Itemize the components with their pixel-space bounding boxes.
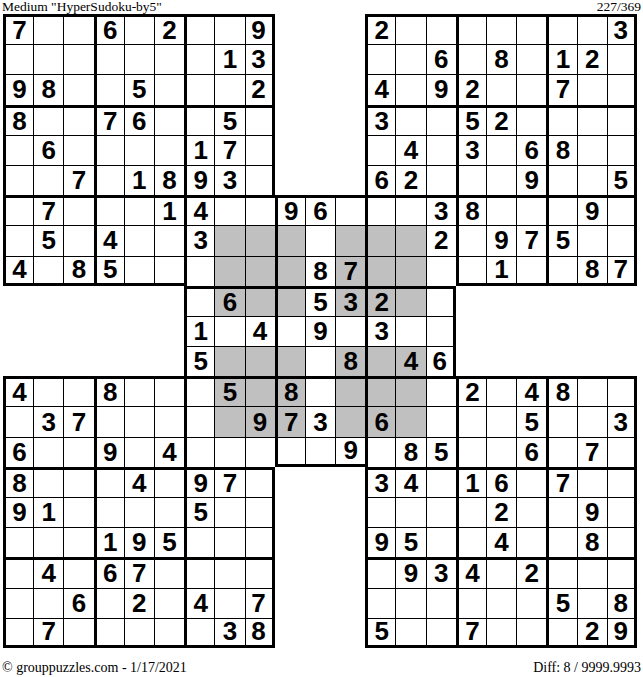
cell-r18c8[interactable]: [214, 527, 244, 557]
cell-r2c6[interactable]: [154, 44, 184, 74]
cell-r12c10[interactable]: [275, 346, 305, 376]
cell-r7c11: 6: [305, 195, 335, 225]
cell-r5c1[interactable]: [3, 135, 33, 165]
cell-r15c19[interactable]: [546, 437, 576, 467]
cell-r16c4[interactable]: [94, 467, 124, 497]
cell-r20c17[interactable]: [486, 588, 516, 618]
cell-r7c12[interactable]: [335, 195, 365, 225]
gap-cell: [335, 105, 365, 135]
cell-r1c21: 3: [607, 14, 637, 44]
cell-r2c13[interactable]: [365, 44, 395, 74]
cell-r17c15[interactable]: [426, 497, 456, 527]
cell-r14c10: 7: [275, 406, 305, 436]
cell-r16c21[interactable]: [607, 467, 637, 497]
cell-r13c21[interactable]: [607, 376, 637, 406]
cell-r10c15[interactable]: [426, 286, 456, 316]
gap-cell: [3, 286, 33, 316]
cell-r18c9[interactable]: [245, 527, 275, 557]
cell-r5c3[interactable]: [63, 135, 93, 165]
cell-r19c16: 4: [456, 557, 486, 587]
cell-r19c3[interactable]: [63, 557, 93, 587]
cell-r9c2[interactable]: [33, 256, 63, 286]
cell-r3c7[interactable]: [184, 74, 214, 104]
cell-r18c3[interactable]: [63, 527, 93, 557]
cell-r20c4[interactable]: [94, 588, 124, 618]
cell-r6c1[interactable]: [3, 165, 33, 195]
cell-r3c5: 5: [124, 74, 154, 104]
cell-r10c11: 5: [305, 286, 335, 316]
cell-r19c19[interactable]: [546, 557, 576, 587]
cell-r12c13[interactable]: [365, 346, 395, 376]
cell-r16c9[interactable]: [245, 467, 275, 497]
cell-r17c2: 1: [33, 497, 63, 527]
gap-cell: [335, 497, 365, 527]
cell-r20c18[interactable]: [516, 588, 546, 618]
cell-r21c1[interactable]: [3, 618, 33, 648]
cell-r7c6: 1: [154, 195, 184, 225]
cell-r21c16: 7: [456, 618, 486, 648]
cell-r21c19[interactable]: [546, 618, 576, 648]
cell-r4c7[interactable]: [184, 105, 214, 135]
cell-r14c14[interactable]: [395, 406, 425, 436]
cell-r13c9[interactable]: [245, 376, 275, 406]
cell-r9c10[interactable]: [275, 256, 305, 286]
gap-cell: [275, 527, 305, 557]
cell-r7c2: 7: [33, 195, 63, 225]
cell-r4c9[interactable]: [245, 105, 275, 135]
cell-r3c4[interactable]: [94, 74, 124, 104]
cell-r12c15: 6: [426, 346, 456, 376]
cell-r19c20[interactable]: [577, 557, 607, 587]
cell-r13c11[interactable]: [305, 376, 335, 406]
cell-r1c17[interactable]: [486, 14, 516, 44]
cell-r16c20[interactable]: [577, 467, 607, 497]
cell-r3c17[interactable]: [486, 74, 516, 104]
cell-r5c5[interactable]: [124, 135, 154, 165]
cell-r18c14: 5: [395, 527, 425, 557]
cell-r13c2[interactable]: [33, 376, 63, 406]
cell-r18c2[interactable]: [33, 527, 63, 557]
cell-r16c1: 8: [3, 467, 33, 497]
cell-r7c17[interactable]: [486, 195, 516, 225]
cell-r21c2: 7: [33, 618, 63, 648]
cell-r14c16[interactable]: [456, 406, 486, 436]
cell-r8c14[interactable]: [395, 225, 425, 255]
cell-r6c4[interactable]: [94, 165, 124, 195]
cell-r14c6[interactable]: [154, 406, 184, 436]
gap-cell: [305, 135, 335, 165]
gap-cell: [275, 588, 305, 618]
cell-r8c10[interactable]: [275, 225, 305, 255]
cell-r8c9[interactable]: [245, 225, 275, 255]
cell-r13c6[interactable]: [154, 376, 184, 406]
gap-cell: [486, 346, 516, 376]
cell-r8c11[interactable]: [305, 225, 335, 255]
cell-r4c14[interactable]: [395, 105, 425, 135]
cell-r20c16[interactable]: [456, 588, 486, 618]
cell-r10c10[interactable]: [275, 286, 305, 316]
cell-r21c6[interactable]: [154, 618, 184, 648]
cell-r8c1[interactable]: [3, 225, 33, 255]
cell-r1c15[interactable]: [426, 14, 456, 44]
gap-cell: [154, 316, 184, 346]
cell-r4c4: 7: [94, 105, 124, 135]
cell-r17c6[interactable]: [154, 497, 184, 527]
cell-r2c4[interactable]: [94, 44, 124, 74]
cell-r6c2[interactable]: [33, 165, 63, 195]
cell-r6c9[interactable]: [245, 165, 275, 195]
cell-r10c13: 2: [365, 286, 395, 316]
cell-r20c3: 6: [63, 588, 93, 618]
cell-r9c16[interactable]: [456, 256, 486, 286]
cell-r17c17: 2: [486, 497, 516, 527]
cell-r16c2[interactable]: [33, 467, 63, 497]
cell-r3c19: 7: [546, 74, 576, 104]
cell-r15c16[interactable]: [456, 437, 486, 467]
cell-r21c7[interactable]: [184, 618, 214, 648]
cell-r6c17[interactable]: [486, 165, 516, 195]
cell-r19c17[interactable]: [486, 557, 516, 587]
gap-cell: [335, 165, 365, 195]
cell-r10c7[interactable]: [184, 286, 214, 316]
gap-cell: [607, 316, 637, 346]
cell-r15c5[interactable]: [124, 437, 154, 467]
cell-r6c6: 8: [154, 165, 184, 195]
cell-r14c11: 3: [305, 406, 335, 436]
cell-r17c16[interactable]: [456, 497, 486, 527]
gap-cell: [577, 286, 607, 316]
cell-r20c8[interactable]: [214, 588, 244, 618]
cell-r5c13[interactable]: [365, 135, 395, 165]
cell-r6c15[interactable]: [426, 165, 456, 195]
cell-r13c14[interactable]: [395, 376, 425, 406]
cell-r13c19: 8: [546, 376, 576, 406]
cell-r19c21[interactable]: [607, 557, 637, 587]
cell-r6c20[interactable]: [577, 165, 607, 195]
cell-r16c19: 7: [546, 467, 576, 497]
cell-r1c5[interactable]: [124, 14, 154, 44]
cell-r17c3[interactable]: [63, 497, 93, 527]
cell-r16c3[interactable]: [63, 467, 93, 497]
cell-r3c9: 2: [245, 74, 275, 104]
cell-r2c5[interactable]: [124, 44, 154, 74]
cell-r13c12[interactable]: [335, 376, 365, 406]
cell-r18c1[interactable]: [3, 527, 33, 557]
cell-r19c13[interactable]: [365, 557, 395, 587]
cell-r1c19[interactable]: [546, 14, 576, 44]
cell-r19c18: 2: [516, 557, 546, 587]
cell-r2c7[interactable]: [184, 44, 214, 74]
gap-cell: [486, 316, 516, 346]
cell-r20c21: 8: [607, 588, 637, 618]
puzzle-counter: 227/369: [597, 0, 641, 14]
cell-r8c21[interactable]: [607, 225, 637, 255]
cell-r14c19[interactable]: [546, 406, 576, 436]
cell-r17c9[interactable]: [245, 497, 275, 527]
gap-cell: [335, 44, 365, 74]
cell-r14c2: 3: [33, 406, 63, 436]
cell-r16c15[interactable]: [426, 467, 456, 497]
cell-r13c20[interactable]: [577, 376, 607, 406]
cell-r4c21[interactable]: [607, 105, 637, 135]
cell-r9c4: 5: [94, 256, 124, 286]
cell-r14c15[interactable]: [426, 406, 456, 436]
cell-r11c14[interactable]: [395, 316, 425, 346]
cell-r15c8[interactable]: [214, 437, 244, 467]
page: { "game": "HyperSudoku-by5 — Samurai-sty…: [0, 0, 643, 677]
cell-r21c9: 8: [245, 618, 275, 648]
cell-r13c4: 8: [94, 376, 124, 406]
cell-r1c8[interactable]: [214, 14, 244, 44]
gap-cell: [154, 286, 184, 316]
cell-r4c2[interactable]: [33, 105, 63, 135]
cell-r1c7[interactable]: [184, 14, 214, 44]
cell-r17c5[interactable]: [124, 497, 154, 527]
cell-r8c12[interactable]: [335, 225, 365, 255]
gap-cell: [63, 346, 93, 376]
cell-r12c8[interactable]: [214, 346, 244, 376]
cell-r20c15[interactable]: [426, 588, 456, 618]
cell-r19c7[interactable]: [184, 557, 214, 587]
cell-r11c10[interactable]: [275, 316, 305, 346]
cell-r19c9[interactable]: [245, 557, 275, 587]
cell-r16c13: 3: [365, 467, 395, 497]
cell-r17c19[interactable]: [546, 497, 576, 527]
cell-r7c13[interactable]: [365, 195, 395, 225]
cell-r14c5[interactable]: [124, 406, 154, 436]
cell-r13c3[interactable]: [63, 376, 93, 406]
cell-r1c14[interactable]: [395, 14, 425, 44]
cell-r2c16[interactable]: [456, 44, 486, 74]
cell-r14c20[interactable]: [577, 406, 607, 436]
cell-r8c13[interactable]: [365, 225, 395, 255]
cell-r8c5[interactable]: [124, 225, 154, 255]
cell-r5c21[interactable]: [607, 135, 637, 165]
cell-r6c16[interactable]: [456, 165, 486, 195]
cell-r6c8: 3: [214, 165, 244, 195]
cell-r20c13[interactable]: [365, 588, 395, 618]
cell-r17c1: 9: [3, 497, 33, 527]
cell-r8c20[interactable]: [577, 225, 607, 255]
cell-r4c8: 5: [214, 105, 244, 135]
cell-r5c8: 7: [214, 135, 244, 165]
cell-r9c9[interactable]: [245, 256, 275, 286]
cell-r5c20[interactable]: [577, 135, 607, 165]
cell-r7c19[interactable]: [546, 195, 576, 225]
cell-r21c15[interactable]: [426, 618, 456, 648]
gap-cell: [33, 286, 63, 316]
cell-r20c7: 4: [184, 588, 214, 618]
cell-r18c21[interactable]: [607, 527, 637, 557]
cell-r20c1[interactable]: [3, 588, 33, 618]
cell-r20c20[interactable]: [577, 588, 607, 618]
cell-r14c17[interactable]: [486, 406, 516, 436]
cell-r10c14[interactable]: [395, 286, 425, 316]
cell-r2c21[interactable]: [607, 44, 637, 74]
cell-r9c18[interactable]: [516, 256, 546, 286]
cell-r1c18[interactable]: [516, 14, 546, 44]
cell-r9c6[interactable]: [154, 256, 184, 286]
cell-r15c9[interactable]: [245, 437, 275, 467]
cell-r3c20[interactable]: [577, 74, 607, 104]
cell-r21c14[interactable]: [395, 618, 425, 648]
cell-r18c19[interactable]: [546, 527, 576, 557]
cell-r8c18: 7: [516, 225, 546, 255]
cell-r9c7[interactable]: [184, 256, 214, 286]
cell-r14c7[interactable]: [184, 406, 214, 436]
cell-r5c9[interactable]: [245, 135, 275, 165]
cell-r2c1[interactable]: [3, 44, 33, 74]
cell-r9c15[interactable]: [426, 256, 456, 286]
cell-r3c21[interactable]: [607, 74, 637, 104]
cell-r8c3[interactable]: [63, 225, 93, 255]
cell-r8c6[interactable]: [154, 225, 184, 255]
cell-r11c8[interactable]: [214, 316, 244, 346]
cell-r11c15[interactable]: [426, 316, 456, 346]
cell-r21c4[interactable]: [94, 618, 124, 648]
cell-r11c12[interactable]: [335, 316, 365, 346]
cell-r10c9[interactable]: [245, 286, 275, 316]
cell-r7c18[interactable]: [516, 195, 546, 225]
cell-r5c17[interactable]: [486, 135, 516, 165]
cell-r7c21[interactable]: [607, 195, 637, 225]
cell-r18c7[interactable]: [184, 527, 214, 557]
cell-r19c5: 7: [124, 557, 154, 587]
cell-r13c15[interactable]: [426, 376, 456, 406]
cell-r5c15[interactable]: [426, 135, 456, 165]
cell-r14c4[interactable]: [94, 406, 124, 436]
cell-r7c16: 8: [456, 195, 486, 225]
cell-r1c3[interactable]: [63, 14, 93, 44]
cell-r20c2[interactable]: [33, 588, 63, 618]
cell-r15c10[interactable]: [275, 437, 305, 467]
cell-r4c18[interactable]: [516, 105, 546, 135]
cell-r13c7[interactable]: [184, 376, 214, 406]
cell-r16c18[interactable]: [516, 467, 546, 497]
cell-r7c4[interactable]: [94, 195, 124, 225]
cell-r21c17[interactable]: [486, 618, 516, 648]
cell-r21c18[interactable]: [516, 618, 546, 648]
cell-r17c14[interactable]: [395, 497, 425, 527]
cell-r17c4[interactable]: [94, 497, 124, 527]
cell-r12c9[interactable]: [245, 346, 275, 376]
cell-r5c4[interactable]: [94, 135, 124, 165]
cell-r1c2[interactable]: [33, 14, 63, 44]
cell-r9c13[interactable]: [365, 256, 395, 286]
cell-r4c15[interactable]: [426, 105, 456, 135]
cell-r2c14[interactable]: [395, 44, 425, 74]
cell-r8c16[interactable]: [456, 225, 486, 255]
cell-r12c7: 5: [184, 346, 214, 376]
cell-r4c3[interactable]: [63, 105, 93, 135]
cell-r2c18[interactable]: [516, 44, 546, 74]
cell-r18c15[interactable]: [426, 527, 456, 557]
cell-r6c19[interactable]: [546, 165, 576, 195]
cell-r3c8[interactable]: [214, 74, 244, 104]
cell-r3c14[interactable]: [395, 74, 425, 104]
cell-r3c18[interactable]: [516, 74, 546, 104]
cell-r7c5[interactable]: [124, 195, 154, 225]
cell-r15c15: 5: [426, 437, 456, 467]
cell-r12c14: 4: [395, 346, 425, 376]
cell-r18c20: 8: [577, 527, 607, 557]
cell-r1c20[interactable]: [577, 14, 607, 44]
cell-r3c3[interactable]: [63, 74, 93, 104]
cell-r17c21[interactable]: [607, 497, 637, 527]
cell-r20c14[interactable]: [395, 588, 425, 618]
cell-r3c6[interactable]: [154, 74, 184, 104]
cell-r14c12[interactable]: [335, 406, 365, 436]
cell-r15c2[interactable]: [33, 437, 63, 467]
cell-r4c13: 3: [365, 105, 395, 135]
cell-r18c18[interactable]: [516, 527, 546, 557]
cell-r19c8[interactable]: [214, 557, 244, 587]
cell-r19c15: 3: [426, 557, 456, 587]
cell-r17c18[interactable]: [516, 497, 546, 527]
cell-r9c8[interactable]: [214, 256, 244, 286]
cell-r4c6[interactable]: [154, 105, 184, 135]
cell-r16c6[interactable]: [154, 467, 184, 497]
cell-r18c16[interactable]: [456, 527, 486, 557]
cell-r13c13[interactable]: [365, 376, 395, 406]
cell-r15c13[interactable]: [365, 437, 395, 467]
cell-r19c6[interactable]: [154, 557, 184, 587]
cell-r8c8[interactable]: [214, 225, 244, 255]
cell-r13c17[interactable]: [486, 376, 516, 406]
cell-r17c13[interactable]: [365, 497, 395, 527]
cell-r9c5[interactable]: [124, 256, 154, 286]
cell-r15c7[interactable]: [184, 437, 214, 467]
cell-r7c20: 9: [577, 195, 607, 225]
cell-r4c20[interactable]: [577, 105, 607, 135]
cell-r14c1[interactable]: [3, 406, 33, 436]
cell-r19c1[interactable]: [3, 557, 33, 587]
cell-r15c17[interactable]: [486, 437, 516, 467]
cell-r4c19[interactable]: [546, 105, 576, 135]
cell-r12c12: 8: [335, 346, 365, 376]
cell-r15c11[interactable]: [305, 437, 335, 467]
cell-r12c11[interactable]: [305, 346, 335, 376]
gap-cell: [335, 588, 365, 618]
cell-r15c3[interactable]: [63, 437, 93, 467]
gap-cell: [94, 346, 124, 376]
gap-cell: [486, 286, 516, 316]
gap-cell: [456, 346, 486, 376]
gap-cell: [124, 316, 154, 346]
cell-r13c1: 4: [3, 376, 33, 406]
cell-r21c3[interactable]: [63, 618, 93, 648]
cell-r17c8[interactable]: [214, 497, 244, 527]
cell-r14c8[interactable]: [214, 406, 244, 436]
cell-r7c8[interactable]: [214, 195, 244, 225]
difficulty-text: Diff: 8 / 9999.9993: [533, 660, 641, 675]
cell-r7c3[interactable]: [63, 195, 93, 225]
cell-r9c14[interactable]: [395, 256, 425, 286]
cell-r9c19[interactable]: [546, 256, 576, 286]
cell-r5c6[interactable]: [154, 135, 184, 165]
gap-cell: [275, 618, 305, 648]
cell-r20c6[interactable]: [154, 588, 184, 618]
cell-r2c2[interactable]: [33, 44, 63, 74]
cell-r7c1[interactable]: [3, 195, 33, 225]
cell-r2c3[interactable]: [63, 44, 93, 74]
cell-r15c21[interactable]: [607, 437, 637, 467]
cell-r7c14[interactable]: [395, 195, 425, 225]
cell-r21c5[interactable]: [124, 618, 154, 648]
cell-r7c9[interactable]: [245, 195, 275, 225]
cell-r13c5[interactable]: [124, 376, 154, 406]
cell-r1c16[interactable]: [456, 14, 486, 44]
